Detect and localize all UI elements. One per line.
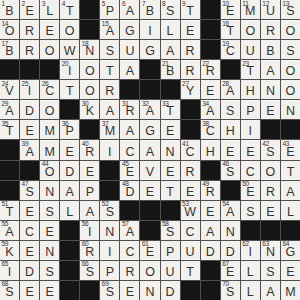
cell-r11c1[interactable]: 51T bbox=[0, 201, 19, 220]
cell-r7c9[interactable]: E bbox=[161, 120, 180, 139]
cell-r6c9[interactable]: 33T bbox=[161, 100, 180, 119]
black-cell-r5c7 bbox=[120, 80, 139, 99]
cell-letter: M bbox=[241, 4, 260, 18]
cell-r11c2[interactable]: E bbox=[20, 201, 39, 220]
cell-r1c3[interactable]: 3L bbox=[40, 0, 59, 19]
cell-letter: S bbox=[161, 4, 180, 18]
cell-r8c3[interactable]: M bbox=[40, 140, 59, 159]
cell-r6c8[interactable]: 32A bbox=[140, 100, 159, 119]
cell-r10c15[interactable]: A bbox=[281, 181, 300, 200]
cell-r13c10[interactable]: U bbox=[181, 241, 200, 260]
cell-letter: T bbox=[0, 205, 19, 219]
cell-letter: O bbox=[80, 84, 99, 98]
cell-r5c10[interactable]: 27Y bbox=[181, 80, 200, 99]
cell-letter: R bbox=[201, 64, 220, 78]
cell-letter: A bbox=[60, 185, 79, 199]
cell-letter: U bbox=[161, 265, 180, 279]
cell-letter: T bbox=[181, 265, 200, 279]
cell-letter: E bbox=[20, 285, 39, 299]
cell-letter: M bbox=[281, 285, 300, 299]
cell-letter: P bbox=[100, 265, 119, 279]
cell-r8c5[interactable]: 40R bbox=[80, 140, 99, 159]
cell-r3c12[interactable]: 19C bbox=[221, 40, 240, 59]
cell-r15c9[interactable]: D bbox=[161, 281, 180, 300]
cell-r10c13[interactable]: 50E bbox=[241, 181, 260, 200]
cell-r5c5[interactable]: O bbox=[80, 80, 99, 99]
cell-letter: K bbox=[0, 245, 19, 259]
cell-letter: A bbox=[100, 104, 119, 118]
cell-r6c5[interactable]: 30K bbox=[80, 100, 99, 119]
cell-r7c1[interactable]: 35T bbox=[0, 120, 19, 139]
cell-r4c9[interactable]: 21B bbox=[161, 60, 180, 79]
cell-r4c5[interactable]: O bbox=[80, 60, 99, 79]
cell-letter: S bbox=[40, 205, 59, 219]
black-cell-r12c14 bbox=[261, 221, 280, 240]
cell-r11c13[interactable]: S bbox=[241, 201, 260, 220]
cell-letter: N bbox=[221, 225, 240, 239]
black-cell-r5c9 bbox=[161, 80, 180, 99]
cell-r4c4[interactable]: 20I bbox=[60, 60, 79, 79]
cell-r9c8[interactable]: V bbox=[140, 161, 159, 180]
cell-r3c10[interactable]: R bbox=[181, 40, 200, 59]
cell-letter: S bbox=[221, 165, 240, 179]
cell-r9c14[interactable]: O bbox=[261, 161, 280, 180]
cell-r2c12[interactable]: 16T bbox=[221, 20, 240, 39]
cell-r6c13[interactable]: P bbox=[241, 100, 260, 119]
cell-r9c12[interactable]: 46S bbox=[221, 161, 240, 180]
cell-letter: E bbox=[20, 4, 39, 18]
cell-r11c11[interactable]: E bbox=[201, 201, 220, 220]
cell-r12c10[interactable]: C bbox=[181, 221, 200, 240]
black-cell-r4c8 bbox=[140, 60, 159, 79]
cell-letter: R bbox=[120, 265, 139, 279]
cell-letter: R bbox=[261, 185, 280, 199]
cell-r13c12[interactable]: D bbox=[221, 241, 240, 260]
cell-letter: A bbox=[221, 84, 240, 98]
cell-r14c3[interactable]: S bbox=[40, 261, 59, 280]
cell-r5c3[interactable]: 26C bbox=[40, 80, 59, 99]
cell-letter: I bbox=[140, 24, 159, 38]
cell-r14c5[interactable]: 66S bbox=[80, 261, 99, 280]
cell-r14c13[interactable]: L bbox=[241, 261, 260, 280]
cell-r1c2[interactable]: 2E bbox=[20, 0, 39, 19]
cell-r11c14[interactable]: E bbox=[261, 201, 280, 220]
black-cell-r7c15 bbox=[281, 120, 300, 139]
black-cell-r11c9 bbox=[161, 201, 180, 220]
cell-r6c6[interactable]: A bbox=[100, 100, 119, 119]
cell-r9c4[interactable]: D bbox=[60, 161, 79, 180]
cell-letter: E bbox=[201, 205, 220, 219]
cell-letter: C bbox=[221, 44, 240, 58]
black-cell-r15c11 bbox=[201, 281, 220, 300]
cell-letter: E bbox=[20, 124, 39, 138]
cell-letter: D bbox=[201, 245, 220, 259]
black-cell-r1c11 bbox=[201, 0, 220, 19]
cell-r5c2[interactable]: 25I bbox=[20, 80, 39, 99]
cell-r2c6[interactable]: 15A bbox=[100, 20, 119, 39]
cell-r3c3[interactable]: O bbox=[40, 40, 59, 59]
cell-letter: O bbox=[281, 84, 300, 98]
cell-r11c10[interactable]: 53W bbox=[181, 201, 200, 220]
cell-r12c1[interactable]: 55A bbox=[0, 221, 19, 240]
cell-r6c11[interactable]: 34A bbox=[201, 100, 220, 119]
cell-r13c15[interactable]: 64G bbox=[281, 241, 300, 260]
cell-r3c7[interactable]: U bbox=[120, 40, 139, 59]
cell-r10c14[interactable]: R bbox=[261, 181, 280, 200]
cell-letter: E bbox=[241, 145, 260, 159]
cell-letter: C bbox=[181, 225, 200, 239]
cell-letter: A bbox=[120, 64, 139, 78]
cell-r9c13[interactable]: C bbox=[241, 161, 260, 180]
cell-r2c13[interactable]: O bbox=[241, 20, 260, 39]
cell-r8c15[interactable]: 43E bbox=[281, 140, 300, 159]
cell-letter: R bbox=[120, 104, 139, 118]
cell-letter: T bbox=[241, 64, 260, 78]
cell-letter: T bbox=[161, 104, 180, 118]
cell-r1c9[interactable]: 8S bbox=[161, 0, 180, 19]
cell-r1c10[interactable]: 9T bbox=[181, 0, 200, 19]
cell-r1c13[interactable]: 11M bbox=[241, 0, 260, 19]
cell-r11c6[interactable]: 52S bbox=[100, 201, 119, 220]
cell-r14c7[interactable]: R bbox=[120, 261, 139, 280]
black-cell-r12c8 bbox=[140, 221, 159, 240]
cell-r3c1[interactable]: 17B bbox=[0, 40, 19, 59]
cell-letter: O bbox=[40, 104, 59, 118]
cell-letter: M bbox=[40, 124, 59, 138]
cell-letter: S bbox=[221, 285, 240, 299]
cell-letter: N bbox=[140, 285, 159, 299]
cell-letter: A bbox=[261, 285, 280, 299]
cell-r10c11[interactable]: 49R bbox=[201, 181, 220, 200]
cell-r1c1[interactable]: 1B bbox=[0, 0, 19, 19]
cell-r13c5[interactable]: 60R bbox=[80, 241, 99, 260]
cell-letter: I bbox=[20, 84, 39, 98]
cell-letter: D bbox=[20, 104, 39, 118]
cell-r7c11[interactable]: 38C bbox=[201, 120, 220, 139]
cell-r8c4[interactable]: E bbox=[60, 140, 79, 159]
cell-r3c4[interactable]: W bbox=[60, 40, 79, 59]
cell-r14c14[interactable]: S bbox=[261, 261, 280, 280]
cell-letter: O bbox=[261, 165, 280, 179]
cell-letter: U bbox=[120, 44, 139, 58]
cell-r13c9[interactable]: P bbox=[161, 241, 180, 260]
cell-r15c6[interactable]: 69S bbox=[100, 281, 119, 300]
cell-r15c1[interactable]: 68S bbox=[0, 281, 19, 300]
cell-r8c9[interactable]: N bbox=[161, 140, 180, 159]
cell-r10c7[interactable]: 48D bbox=[120, 181, 139, 200]
cell-letter: G bbox=[281, 245, 300, 259]
cell-r14c12[interactable]: 67E bbox=[221, 261, 240, 280]
cell-letter: A bbox=[161, 44, 180, 58]
cell-r3c9[interactable]: A bbox=[161, 40, 180, 59]
cell-r5c6[interactable]: R bbox=[100, 80, 119, 99]
cell-letter: S bbox=[40, 265, 59, 279]
cell-r13c13[interactable]: 62I bbox=[241, 241, 260, 260]
cell-r2c15[interactable]: O bbox=[281, 20, 300, 39]
cell-letter: A bbox=[201, 104, 220, 118]
cell-r2c14[interactable]: R bbox=[261, 20, 280, 39]
cell-r9c5[interactable]: E bbox=[80, 161, 99, 180]
cell-letter: B bbox=[0, 4, 19, 18]
cell-r4c11[interactable]: 22R bbox=[201, 60, 220, 79]
cell-letter: D bbox=[221, 245, 240, 259]
cell-r3c14[interactable]: B bbox=[261, 40, 280, 59]
cell-letter: R bbox=[20, 24, 39, 38]
cell-r6c14[interactable]: E bbox=[261, 100, 280, 119]
cell-letter: O bbox=[281, 64, 300, 78]
cell-r1c6[interactable]: 5P bbox=[100, 0, 119, 19]
cell-r14c1[interactable]: 65I bbox=[0, 261, 19, 280]
cell-r7c3[interactable]: M bbox=[40, 120, 59, 139]
cell-r14c8[interactable]: O bbox=[140, 261, 159, 280]
cell-r10c9[interactable]: T bbox=[161, 181, 180, 200]
cell-letter: S bbox=[100, 44, 119, 58]
cell-r8c11[interactable]: H bbox=[201, 140, 220, 159]
cell-letter: W bbox=[60, 44, 79, 58]
cell-r12c12[interactable]: N bbox=[221, 221, 240, 240]
cell-r7c2[interactable]: E bbox=[20, 120, 39, 139]
cell-r5c15[interactable]: O bbox=[281, 80, 300, 99]
cell-r7c6[interactable]: 37M bbox=[100, 120, 119, 139]
cell-r14c10[interactable]: T bbox=[181, 261, 200, 280]
cell-r2c8[interactable]: I bbox=[140, 20, 159, 39]
black-cell-r7c5 bbox=[80, 120, 99, 139]
cell-r12c3[interactable]: E bbox=[40, 221, 59, 240]
cell-r4c15[interactable]: O bbox=[281, 60, 300, 79]
cell-letter: R bbox=[100, 84, 119, 98]
cell-r1c8[interactable]: 7B bbox=[140, 0, 159, 19]
cell-letter: S bbox=[261, 265, 280, 279]
cell-letter: E bbox=[261, 205, 280, 219]
black-cell-r1c5 bbox=[80, 0, 99, 19]
black-cell-r2c11 bbox=[201, 20, 220, 39]
cell-r8c14[interactable]: 42S bbox=[261, 140, 280, 159]
cell-r3c6[interactable]: S bbox=[100, 40, 119, 59]
cell-letter: E bbox=[161, 165, 180, 179]
cell-r10c3[interactable]: N bbox=[40, 181, 59, 200]
cell-r6c12[interactable]: S bbox=[221, 100, 240, 119]
cell-r10c10[interactable]: E bbox=[181, 181, 200, 200]
black-cell-r10c1 bbox=[0, 181, 19, 200]
cell-letter: T bbox=[281, 165, 300, 179]
cell-r1c15[interactable]: 13S bbox=[281, 0, 300, 19]
cell-r4c10[interactable]: R bbox=[181, 60, 200, 79]
cell-r4c13[interactable]: 23T bbox=[241, 60, 260, 79]
cell-letter: A bbox=[140, 145, 159, 159]
cell-r15c3[interactable]: E bbox=[40, 281, 59, 300]
cell-r8c6[interactable]: I bbox=[100, 140, 119, 159]
cell-letter: R bbox=[201, 185, 220, 199]
cell-r8c10[interactable]: 41C bbox=[181, 140, 200, 159]
cell-r5c13[interactable]: H bbox=[241, 80, 260, 99]
cell-r12c5[interactable]: 56I bbox=[80, 221, 99, 240]
cell-r3c2[interactable]: R bbox=[20, 40, 39, 59]
cell-letter: S bbox=[100, 205, 119, 219]
cell-r12c11[interactable]: A bbox=[201, 221, 220, 240]
cell-letter: N bbox=[100, 225, 119, 239]
cell-r15c7[interactable]: E bbox=[120, 281, 139, 300]
cell-r1c12[interactable]: 10E bbox=[221, 0, 240, 19]
cell-letter: C bbox=[40, 84, 59, 98]
cell-letter: T bbox=[181, 4, 200, 18]
cell-r1c14[interactable]: 12U bbox=[261, 0, 280, 19]
cell-r14c6[interactable]: P bbox=[100, 261, 119, 280]
cell-letter: A bbox=[140, 104, 159, 118]
cell-r9c3[interactable]: 44O bbox=[40, 161, 59, 180]
black-cell-r10c12 bbox=[221, 181, 240, 200]
cell-r2c4[interactable]: O bbox=[60, 20, 79, 39]
cell-r11c5[interactable]: A bbox=[80, 201, 99, 220]
cell-r2c10[interactable]: E bbox=[181, 20, 200, 39]
cell-letter: E bbox=[120, 285, 139, 299]
cell-letter: Y bbox=[181, 84, 200, 98]
cell-r13c14[interactable]: 63N bbox=[261, 241, 280, 260]
cell-r13c7[interactable]: C bbox=[120, 241, 139, 260]
black-cell-r5c8 bbox=[140, 80, 159, 99]
cell-r6c15[interactable]: N bbox=[281, 100, 300, 119]
black-cell-r9c11 bbox=[201, 161, 220, 180]
cell-r15c12[interactable]: 70S bbox=[221, 281, 240, 300]
cell-letter: L bbox=[241, 265, 260, 279]
cell-letter: H bbox=[201, 145, 220, 159]
black-cell-r7c10 bbox=[181, 120, 200, 139]
cell-r7c12[interactable]: H bbox=[221, 120, 240, 139]
cell-r6c1[interactable]: 29A bbox=[0, 100, 19, 119]
cell-letter: A bbox=[120, 225, 139, 239]
cell-r10c2[interactable]: 47S bbox=[20, 181, 39, 200]
cell-r7c13[interactable]: I bbox=[241, 120, 260, 139]
black-cell-r4c3 bbox=[40, 60, 59, 79]
cell-r6c3[interactable]: O bbox=[40, 100, 59, 119]
cell-letter: O bbox=[40, 44, 59, 58]
cell-letter: B bbox=[0, 44, 19, 58]
cell-r9c10[interactable]: R bbox=[181, 161, 200, 180]
cell-r14c15[interactable]: E bbox=[281, 261, 300, 280]
black-cell-r12c13 bbox=[241, 221, 260, 240]
cell-r2c2[interactable]: R bbox=[20, 20, 39, 39]
cell-letter: A bbox=[0, 104, 19, 118]
cell-r12c7[interactable]: 57A bbox=[120, 221, 139, 240]
cell-r7c7[interactable]: A bbox=[120, 120, 139, 139]
cell-r7c8[interactable]: G bbox=[140, 120, 159, 139]
cell-r8c2[interactable]: 39A bbox=[20, 140, 39, 159]
cell-r6c2[interactable]: D bbox=[20, 100, 39, 119]
cell-letter: A bbox=[281, 185, 300, 199]
cell-r2c9[interactable]: L bbox=[161, 20, 180, 39]
cell-r5c4[interactable]: T bbox=[60, 80, 79, 99]
cell-letter: G bbox=[140, 124, 159, 138]
cell-letter: E bbox=[60, 145, 79, 159]
cell-letter: E bbox=[221, 145, 240, 159]
cell-r7c4[interactable]: 36P bbox=[60, 120, 79, 139]
cell-letter: I bbox=[100, 145, 119, 159]
cell-r11c12[interactable]: 54A bbox=[221, 201, 240, 220]
cell-r12c9[interactable]: 58S bbox=[161, 221, 180, 240]
cell-r4c6[interactable]: T bbox=[100, 60, 119, 79]
cell-r15c14[interactable]: A bbox=[261, 281, 280, 300]
cell-letter: W bbox=[181, 205, 200, 219]
black-cell-r13c4 bbox=[60, 241, 79, 260]
cell-letter: N bbox=[261, 245, 280, 259]
cell-r14c9[interactable]: U bbox=[161, 261, 180, 280]
cell-letter: E bbox=[20, 205, 39, 219]
cell-r12c2[interactable]: C bbox=[20, 221, 39, 240]
cell-r11c15[interactable]: L bbox=[281, 201, 300, 220]
cell-r14c2[interactable]: D bbox=[20, 261, 39, 280]
cell-letter: S bbox=[281, 44, 300, 58]
cell-r11c3[interactable]: S bbox=[40, 201, 59, 220]
cell-letter: O bbox=[241, 24, 260, 38]
cell-letter: R bbox=[80, 145, 99, 159]
cell-letter: E bbox=[281, 265, 300, 279]
cell-r10c4[interactable]: A bbox=[60, 181, 79, 200]
cell-r2c7[interactable]: G bbox=[120, 20, 139, 39]
cell-r3c15[interactable]: S bbox=[281, 40, 300, 59]
cell-letter: D bbox=[120, 185, 139, 199]
cell-r9c7[interactable]: 45E bbox=[120, 161, 139, 180]
cell-r15c13[interactable]: L bbox=[241, 281, 260, 300]
black-cell-r12c4 bbox=[60, 221, 79, 240]
cell-r13c3[interactable]: N bbox=[40, 241, 59, 260]
cell-r10c5[interactable]: P bbox=[80, 181, 99, 200]
cell-r1c4[interactable]: 4T bbox=[60, 0, 79, 19]
cell-letter: N bbox=[40, 185, 59, 199]
cell-r9c9[interactable]: E bbox=[161, 161, 180, 180]
cell-letter: R bbox=[181, 44, 200, 58]
cell-r3c5[interactable]: 18N bbox=[80, 40, 99, 59]
cell-r4c7[interactable]: A bbox=[120, 60, 139, 79]
cell-letter: D bbox=[60, 165, 79, 179]
cell-r5c11[interactable]: E bbox=[201, 80, 220, 99]
cell-r11c4[interactable]: L bbox=[60, 201, 79, 220]
cell-letter: M bbox=[100, 124, 119, 138]
cell-letter: O bbox=[40, 165, 59, 179]
cell-r13c6[interactable]: I bbox=[100, 241, 119, 260]
cell-r13c1[interactable]: 59K bbox=[0, 241, 19, 260]
cell-r15c2[interactable]: E bbox=[20, 281, 39, 300]
cell-r5c1[interactable]: 24V bbox=[0, 80, 19, 99]
cell-r8c8[interactable]: A bbox=[140, 140, 159, 159]
cell-r8c7[interactable]: C bbox=[120, 140, 139, 159]
cell-letter: B bbox=[161, 64, 180, 78]
cell-r8c13[interactable]: E bbox=[241, 140, 260, 159]
cell-r4c14[interactable]: A bbox=[261, 60, 280, 79]
cell-letter: S bbox=[0, 285, 19, 299]
cell-r8c12[interactable]: E bbox=[221, 140, 240, 159]
cell-r13c8[interactable]: 61E bbox=[140, 241, 159, 260]
cell-r15c15[interactable]: M bbox=[281, 281, 300, 300]
cell-r9c15[interactable]: T bbox=[281, 161, 300, 180]
cell-letter: P bbox=[161, 245, 180, 259]
cell-letter: U bbox=[261, 4, 280, 18]
black-cell-r9c6 bbox=[100, 161, 119, 180]
cell-r10c8[interactable]: E bbox=[140, 181, 159, 200]
cell-r5c14[interactable]: N bbox=[261, 80, 280, 99]
cell-r5c12[interactable]: 28A bbox=[221, 80, 240, 99]
cell-r15c8[interactable]: N bbox=[140, 281, 159, 300]
cell-r3c8[interactable]: G bbox=[140, 40, 159, 59]
cell-r12c6[interactable]: N bbox=[100, 221, 119, 240]
cell-r2c3[interactable]: E bbox=[40, 20, 59, 39]
cell-r6c7[interactable]: 31R bbox=[120, 100, 139, 119]
cell-r1c7[interactable]: 6A bbox=[120, 0, 139, 19]
cell-r13c11[interactable]: D bbox=[201, 241, 220, 260]
cell-r2c1[interactable]: 14O bbox=[0, 20, 19, 39]
cell-letter: E bbox=[181, 185, 200, 199]
cell-r3c13[interactable]: U bbox=[241, 40, 260, 59]
cell-letter: I bbox=[241, 124, 260, 138]
cell-r13c2[interactable]: E bbox=[20, 241, 39, 260]
